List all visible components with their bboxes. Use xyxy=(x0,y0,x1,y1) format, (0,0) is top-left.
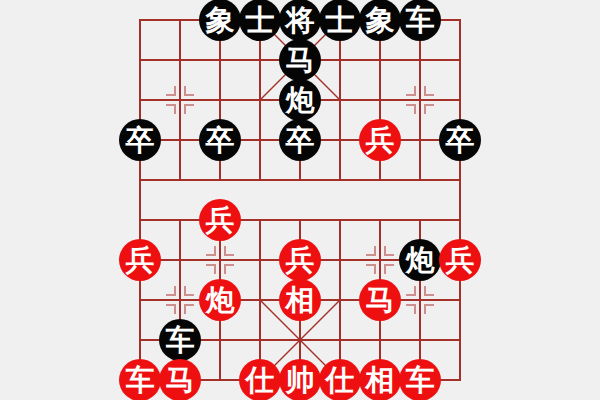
position-marker xyxy=(166,104,176,114)
position-marker xyxy=(384,264,394,274)
position-marker xyxy=(366,246,376,256)
position-marker xyxy=(206,246,216,256)
piece-black-cannon[interactable]: 炮 xyxy=(279,79,321,121)
piece-black-horse[interactable]: 马 xyxy=(279,39,321,81)
position-marker xyxy=(424,304,434,314)
position-marker xyxy=(166,304,176,314)
piece-black-soldier[interactable]: 卒 xyxy=(279,119,321,161)
position-marker xyxy=(424,86,434,96)
piece-red-cannon[interactable]: 炮 xyxy=(199,279,241,321)
piece-red-soldier[interactable]: 兵 xyxy=(439,239,481,281)
position-marker xyxy=(424,104,434,114)
piece-red-general[interactable]: 帅 xyxy=(279,359,321,400)
piece-black-soldier[interactable]: 卒 xyxy=(119,119,161,161)
piece-black-soldier[interactable]: 卒 xyxy=(199,119,241,161)
position-marker xyxy=(424,286,434,296)
piece-red-soldier[interactable]: 兵 xyxy=(119,239,161,281)
piece-black-soldier[interactable]: 卒 xyxy=(439,119,481,161)
piece-red-chariot[interactable]: 车 xyxy=(399,359,441,400)
piece-red-soldier[interactable]: 兵 xyxy=(199,199,241,241)
position-marker xyxy=(406,286,416,296)
position-marker xyxy=(184,304,194,314)
piece-black-chariot[interactable]: 车 xyxy=(399,0,441,41)
piece-black-advisor[interactable]: 士 xyxy=(239,0,281,41)
piece-black-chariot[interactable]: 车 xyxy=(159,319,201,361)
piece-red-horse[interactable]: 马 xyxy=(159,359,201,400)
piece-red-chariot[interactable]: 车 xyxy=(119,359,161,400)
piece-black-elephant[interactable]: 象 xyxy=(199,0,241,41)
position-marker xyxy=(166,86,176,96)
piece-red-soldier[interactable]: 兵 xyxy=(279,239,321,281)
piece-black-cannon[interactable]: 炮 xyxy=(399,239,441,281)
position-marker xyxy=(224,246,234,256)
position-marker xyxy=(184,104,194,114)
piece-red-elephant[interactable]: 相 xyxy=(279,279,321,321)
position-marker xyxy=(406,86,416,96)
piece-black-elephant[interactable]: 象 xyxy=(359,0,401,41)
position-marker xyxy=(366,264,376,274)
piece-red-elephant[interactable]: 相 xyxy=(359,359,401,400)
piece-red-advisor[interactable]: 仕 xyxy=(239,359,281,400)
piece-red-advisor[interactable]: 仕 xyxy=(319,359,361,400)
piece-black-general[interactable]: 将 xyxy=(279,0,321,41)
position-marker xyxy=(184,286,194,296)
xiangqi-board[interactable]: 象士将士象车马炮卒卒卒兵卒兵兵兵炮兵炮相马车车马仕帅仕相车 xyxy=(0,0,600,400)
position-marker xyxy=(406,304,416,314)
piece-black-advisor[interactable]: 士 xyxy=(319,0,361,41)
position-marker xyxy=(184,86,194,96)
position-marker xyxy=(384,246,394,256)
position-marker xyxy=(406,104,416,114)
position-marker xyxy=(166,286,176,296)
piece-red-horse[interactable]: 马 xyxy=(359,279,401,321)
position-marker xyxy=(206,264,216,274)
piece-red-soldier[interactable]: 兵 xyxy=(359,119,401,161)
position-marker xyxy=(224,264,234,274)
